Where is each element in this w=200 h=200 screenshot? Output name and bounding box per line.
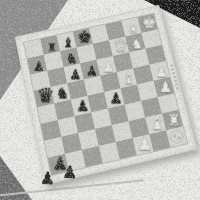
piece-white-knight: ♞ [130,37,143,50]
square-h8: ♚ [137,14,157,33]
square-d8: ♚ [73,28,93,47]
piece-black-bishop: ♝ [62,36,75,49]
piece-black-pawn: ♟ [69,68,82,82]
piece-white-bishop: ♝ [148,113,166,132]
piece-black-rook: ♜ [47,42,57,53]
piece-white-rook: ♜ [167,113,181,128]
captured-black-pawn: ♟ [40,170,56,188]
piece-black-pawn: ♟ [109,92,123,107]
piece-white-pawn: ♟ [102,60,114,74]
square-c7: ♞ [60,47,80,67]
chess-board: ♜♝♚♜♚♟♞♛♞♟♟♟♛♞♝♟♟♟♟♝♜♟♟ [15,5,197,185]
captured-pieces: ♟♟ [40,170,78,187]
piece-white-pawn: ♟ [155,65,168,79]
piece-black-knight: ♞ [65,52,78,65]
piece-black-queen: ♛ [36,86,54,106]
square-c6: ♟ [64,63,84,83]
square-c8: ♝ [57,32,77,51]
piece-black-pawn: ♟ [85,64,98,78]
square-c4: ♟ [71,96,91,116]
square-g2: ♝ [145,114,166,135]
square-d6: ♟ [80,60,100,80]
piece-black-pawn: ♟ [76,99,90,114]
piece-white-king: ♚ [141,15,156,31]
chessboard-photo: ♜♝♚♜♚♟♞♛♞♟♟♟♛♞♝♟♟♟♟♝♜♟♟ ♟♟ [0,0,200,200]
square-e6: ♟ [96,56,116,76]
square-f1: ♟ [133,134,154,155]
square-h4: ♟ [153,77,174,97]
piece-black-knight: ♞ [55,87,69,102]
square-e4: ♟ [104,88,124,108]
square-f7: ♛ [109,37,129,56]
piece-black-pawn: ♟ [33,60,45,73]
captured-black-pawn: ♟ [62,164,78,188]
piece-white-pawn: ♟ [136,136,152,153]
piece-white-bishop: ♝ [121,71,135,87]
piece-white-pawn: ♟ [158,80,172,95]
piece-black-king: ♚ [77,30,92,46]
piece-white-queen: ♛ [112,37,128,54]
chess-board-grid: ♜♝♚♜♚♟♞♛♞♟♟♟♛♞♝♟♟♟♟♝♜♟♟ [24,14,187,175]
square-f5: ♝ [117,68,137,88]
square-a5: ♛ [34,87,54,107]
piece-white-rook: ♜ [128,24,138,34]
